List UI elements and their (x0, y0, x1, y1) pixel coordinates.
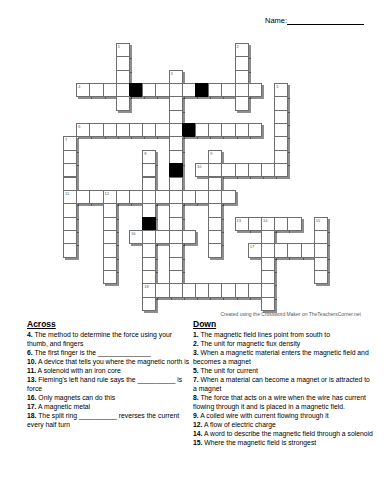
grid-cell[interactable] (261, 230, 275, 244)
clue-number: 13 (237, 218, 241, 223)
clue-item: 15. Where the magnetic field is stronges… (193, 439, 374, 448)
name-label: Name: (265, 16, 287, 25)
down-clues-section: Down 1. The magnetic field lines point f… (193, 319, 374, 448)
grid-cell[interactable] (142, 230, 156, 244)
clue-item: 9. A coiled wire with current flowing th… (193, 412, 374, 421)
grid-cell[interactable]: 14 (261, 217, 275, 231)
clue-item-number: 6. (27, 349, 33, 356)
grid-cell[interactable] (169, 123, 183, 137)
clue-number: 11 (65, 191, 69, 196)
grid-cell[interactable] (248, 163, 262, 177)
grid-cell[interactable] (195, 283, 209, 297)
clue-number: 10 (197, 164, 201, 169)
grid-cell[interactable] (169, 283, 183, 297)
grid-cell[interactable]: 8 (142, 150, 156, 164)
grid-cell[interactable]: 6 (76, 123, 90, 137)
clue-item-number: 2. (193, 340, 199, 347)
grid-cell[interactable] (208, 203, 222, 217)
grid-cell[interactable] (63, 203, 77, 217)
clue-number: 6 (78, 124, 80, 129)
grid-cell[interactable] (103, 203, 117, 217)
grid-cell[interactable] (116, 70, 130, 84)
grid-cell[interactable] (116, 190, 130, 204)
grid-cell[interactable] (301, 243, 315, 257)
down-heading: Down (193, 319, 374, 329)
grid-cell[interactable] (116, 56, 130, 70)
clue-item-number: 15. (193, 439, 202, 446)
grid-cell[interactable] (274, 123, 288, 137)
grid-cell[interactable] (155, 123, 169, 137)
clue-number: 15 (316, 218, 320, 223)
clue-item: 6. The first finger is the _____________… (27, 349, 193, 358)
grid-cell[interactable] (221, 190, 235, 204)
grid-cell[interactable] (155, 190, 169, 204)
grid-cell[interactable] (208, 283, 222, 297)
clue-item-number: 17. (27, 403, 36, 410)
grid-cell[interactable] (261, 243, 275, 257)
clue-number: 18 (144, 284, 148, 289)
grid-cell[interactable] (261, 257, 275, 271)
clue-item-number: 12. (193, 421, 202, 428)
grid-cell[interactable] (142, 203, 156, 217)
name-input-blank[interactable] (287, 16, 364, 25)
grid-cell[interactable] (208, 123, 222, 137)
grid-cell[interactable] (235, 123, 249, 137)
grid-cell[interactable] (248, 83, 262, 97)
grid-cell[interactable] (208, 243, 222, 257)
grid-cell[interactable] (261, 270, 275, 284)
black-cell (129, 83, 143, 97)
grid-cell[interactable] (169, 243, 183, 257)
clue-number: 12 (105, 191, 109, 196)
clue-item-number: 14. (193, 430, 202, 437)
grid-cell[interactable] (103, 257, 117, 271)
grid-cell[interactable] (155, 83, 169, 97)
grid-cell[interactable] (129, 190, 143, 204)
grid-cell[interactable] (103, 243, 117, 257)
grid-cell[interactable] (116, 123, 130, 137)
grid-cell[interactable]: 3 (169, 70, 183, 84)
grid-cell[interactable] (221, 123, 235, 137)
grid-cell[interactable]: 18 (142, 283, 156, 297)
clue-item: 10. A device that tells you where the ma… (27, 358, 193, 367)
clue-item: 11. A solenoid with an iron core (27, 367, 193, 376)
grid-cell[interactable] (235, 283, 249, 297)
grid-cell[interactable] (169, 177, 183, 191)
grid-cell[interactable] (116, 83, 130, 97)
grid-cell[interactable] (169, 136, 183, 150)
grid-cell[interactable] (208, 217, 222, 231)
grid-cell[interactable] (208, 190, 222, 204)
grid-cell[interactable] (248, 123, 262, 137)
clue-item-number: 3. (193, 349, 199, 356)
clue-item-number: 5. (193, 367, 199, 374)
grid-cell[interactable] (142, 163, 156, 177)
grid-cell[interactable] (208, 163, 222, 177)
grid-cell[interactable] (169, 257, 183, 271)
grid-cell[interactable] (314, 270, 328, 284)
grid-cell[interactable] (155, 283, 169, 297)
grid-cell[interactable] (142, 257, 156, 271)
clue-number: 4 (78, 84, 80, 89)
grid-cell[interactable] (142, 177, 156, 191)
clue-number: 16 (131, 231, 135, 236)
grid-cell[interactable] (169, 270, 183, 284)
grid-cell[interactable] (63, 150, 77, 164)
grid-cell[interactable] (142, 297, 156, 311)
clue-number: 9 (210, 151, 212, 156)
grid-cell[interactable] (142, 243, 156, 257)
clue-number: 5 (276, 84, 278, 89)
grid-cell[interactable] (248, 217, 262, 231)
credit-line: Created using the Crossword Maker on The… (63, 311, 361, 317)
clue-item: 2. The unit for magnetic flux density (193, 340, 374, 349)
grid-cell[interactable]: 17 (248, 243, 262, 257)
grid-cell[interactable] (63, 177, 77, 191)
clue-item-number: 8. (193, 394, 199, 401)
clue-item: 12. A flow of electric charge (193, 421, 374, 430)
name-line: Name: (265, 16, 364, 25)
clue-item-number: 18. (27, 412, 36, 419)
clue-number: 14 (263, 218, 267, 223)
across-clues-section: Across 4. The method to determine the fo… (27, 319, 193, 430)
clue-number: 1 (118, 44, 120, 49)
grid-cell[interactable] (63, 163, 77, 177)
grid-cell[interactable] (63, 243, 77, 257)
clue-number: 7 (65, 137, 67, 142)
grid-cell[interactable] (208, 177, 222, 191)
grid-cell[interactable] (195, 123, 209, 137)
grid-cell[interactable] (261, 163, 275, 177)
clue-item-number: 11. (27, 367, 36, 374)
grid-cell[interactable] (155, 230, 169, 244)
grid-cell[interactable] (142, 270, 156, 284)
grid-cell[interactable] (274, 163, 288, 177)
clue-item: 17. A magnetic metal (27, 403, 193, 412)
grid-cell[interactable] (103, 123, 117, 137)
black-cell (169, 163, 183, 177)
grid-cell[interactable] (274, 217, 288, 231)
grid-cell[interactable] (103, 217, 117, 231)
grid-cell[interactable] (314, 257, 328, 271)
grid-cell[interactable] (169, 150, 183, 164)
clue-item: 1. The magnetic field lines point from s… (193, 331, 374, 340)
grid-cell[interactable] (235, 70, 249, 84)
grid-cell[interactable]: 13 (235, 217, 249, 231)
grid-cell[interactable] (235, 83, 249, 97)
grid-cell[interactable] (63, 230, 77, 244)
down-clue-list: 1. The magnetic field lines point from s… (193, 331, 374, 448)
grid-cell[interactable]: 7 (63, 136, 77, 150)
black-cell (142, 217, 156, 231)
grid-cell[interactable] (287, 243, 301, 257)
clue-number: 17 (250, 244, 254, 249)
grid-cell[interactable] (169, 190, 183, 204)
across-heading: Across (27, 319, 193, 329)
grid-cell[interactable] (221, 83, 235, 97)
grid-cell[interactable] (195, 190, 209, 204)
grid-cell[interactable]: 5 (274, 83, 288, 97)
grid-cell[interactable] (142, 123, 156, 137)
grid-cell[interactable] (274, 110, 288, 124)
grid-cell[interactable]: 15 (314, 217, 328, 231)
grid-cell[interactable]: 2 (235, 43, 249, 57)
grid-cell[interactable] (274, 136, 288, 150)
grid-cell[interactable] (182, 230, 196, 244)
clue-number: 8 (144, 151, 146, 156)
clue-item-number: 9. (193, 412, 199, 419)
across-clue-list: 4. The method to determine the force usi… (27, 331, 193, 430)
grid-cell[interactable] (182, 83, 196, 97)
grid-cell[interactable] (89, 190, 103, 204)
grid-cell[interactable] (208, 83, 222, 97)
grid-cell[interactable] (169, 230, 183, 244)
grid-cell[interactable] (261, 283, 275, 297)
grid-cell[interactable] (169, 110, 183, 124)
clue-item: 4. The method to determine the force usi… (27, 331, 193, 349)
grid-cell[interactable] (248, 283, 262, 297)
grid-cell[interactable] (89, 123, 103, 137)
grid-cell[interactable] (274, 150, 288, 164)
clue-item: 14. A word to describe the magnetic fiel… (193, 430, 374, 439)
clue-item: 8. The force that acts on a wire when th… (193, 394, 374, 412)
grid-cell[interactable]: 1 (116, 43, 130, 57)
grid-cell[interactable] (142, 190, 156, 204)
grid-cell[interactable] (314, 230, 328, 244)
grid-cell[interactable] (274, 243, 288, 257)
clue-item-number: 16. (27, 394, 36, 401)
clue-number: 3 (171, 71, 173, 76)
clue-item-number: 1. (193, 331, 199, 338)
grid-cell[interactable] (142, 83, 156, 97)
clue-item-number: 7. (193, 376, 199, 383)
grid-cell[interactable] (169, 217, 183, 231)
grid-cell[interactable] (235, 96, 249, 110)
grid-cell[interactable]: 4 (76, 83, 90, 97)
clue-item: 13. Fleming's left hand rule says the __… (27, 376, 193, 394)
grid-cell[interactable] (235, 163, 249, 177)
grid-cell[interactable] (182, 190, 196, 204)
clue-number: 2 (237, 44, 239, 49)
grid-cell[interactable] (274, 96, 288, 110)
grid-cell[interactable] (235, 56, 249, 70)
grid-cell[interactable]: 11 (63, 190, 77, 204)
grid-cell[interactable] (63, 217, 77, 231)
grid-cell[interactable] (169, 203, 183, 217)
grid-cell[interactable] (116, 96, 130, 110)
black-cell (182, 123, 196, 137)
clue-item: 7. When a material can become a magnet o… (193, 376, 374, 394)
grid-cell[interactable] (314, 243, 328, 257)
grid-cell[interactable] (103, 83, 117, 97)
clue-item: 18. The split ring __________ reverses t… (27, 412, 193, 430)
clue-item-number: 10. (27, 358, 36, 365)
clue-item: 3. When a magnetic material enters the m… (193, 349, 374, 367)
black-cell (195, 83, 209, 97)
grid-cell[interactable]: 16 (129, 230, 143, 244)
grid-cell[interactable] (287, 217, 301, 231)
grid-cell[interactable]: 10 (195, 163, 209, 177)
grid-cell[interactable] (169, 83, 183, 97)
grid-cell[interactable]: 12 (103, 190, 117, 204)
worksheet-page: Name: 123456789101112131415161718 Create… (0, 0, 386, 500)
grid-cell[interactable]: 9 (208, 150, 222, 164)
clue-item: 16. Only magnets can do this (27, 394, 193, 403)
grid-cell[interactable] (103, 230, 117, 244)
clue-item: 5. The unit for current (193, 367, 374, 376)
grid-cell[interactable] (182, 283, 196, 297)
clue-item-number: 4. (27, 331, 33, 338)
grid-cell[interactable] (76, 190, 90, 204)
grid-cell[interactable] (221, 283, 235, 297)
grid-cell[interactable] (129, 123, 143, 137)
grid-cell[interactable] (261, 297, 275, 311)
crossword-grid: 123456789101112131415161718 (63, 43, 329, 313)
grid-cell[interactable] (89, 83, 103, 97)
grid-cell[interactable] (169, 96, 183, 110)
grid-cell[interactable] (103, 270, 117, 284)
grid-cell[interactable] (221, 163, 235, 177)
grid-cell[interactable] (208, 230, 222, 244)
clue-item-number: 13. (27, 376, 36, 383)
